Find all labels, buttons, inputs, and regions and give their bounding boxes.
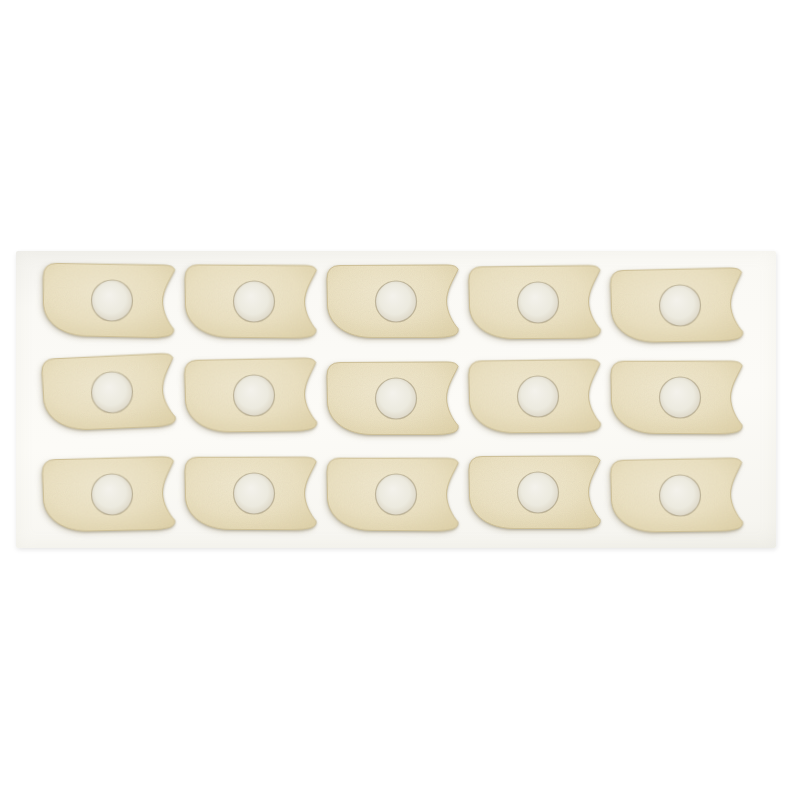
foam-pad-r1c3 xyxy=(326,264,459,338)
pad-hole xyxy=(91,280,133,322)
foam-pad-r1c1 xyxy=(41,262,176,339)
foam-pad-r3c3 xyxy=(326,457,460,532)
foam-pad-r2c1 xyxy=(41,352,177,432)
foam-pad-r2c3 xyxy=(326,361,459,435)
foam-pad-shape xyxy=(183,357,317,433)
foam-pad-shape xyxy=(41,456,176,533)
foam-pad-shape xyxy=(609,267,743,343)
pad-hole xyxy=(375,474,416,515)
pad-hole xyxy=(659,377,700,418)
foam-pad-shape xyxy=(468,358,602,433)
pad-hole xyxy=(376,378,417,419)
foam-pad-r3c2 xyxy=(184,456,317,531)
foam-pad-shape xyxy=(468,455,601,529)
foam-pad-r3c4 xyxy=(468,455,601,529)
foam-pad-shape xyxy=(41,352,177,432)
liner-sheet xyxy=(16,251,776,548)
foam-pad-shape xyxy=(610,360,743,435)
pad-hole xyxy=(659,475,701,517)
pad-hole xyxy=(659,285,701,327)
foam-pad-r1c4 xyxy=(468,265,602,340)
foam-pad-shape xyxy=(184,263,318,338)
pad-hole xyxy=(233,375,275,417)
foam-pad-shape xyxy=(609,457,743,533)
foam-pad-shape xyxy=(326,361,459,435)
foam-pad-r2c2 xyxy=(183,357,317,433)
pad-hole xyxy=(518,472,559,513)
foam-pad-shape xyxy=(326,264,459,338)
foam-pad-shape xyxy=(468,265,602,340)
pad-hole xyxy=(517,376,558,417)
foam-pad-r2c5 xyxy=(610,360,743,435)
foam-pad-r1c2 xyxy=(184,263,318,338)
pad-hole xyxy=(376,281,417,322)
pad-hole xyxy=(517,282,558,323)
product-photo xyxy=(0,0,800,800)
pad-grid xyxy=(16,251,776,529)
foam-pad-r1c5 xyxy=(609,267,743,343)
pad-hole xyxy=(233,473,274,514)
pad-hole xyxy=(91,474,133,516)
foam-pad-r3c1 xyxy=(41,456,176,533)
foam-pad-shape xyxy=(41,262,176,339)
pad-hole xyxy=(233,281,274,322)
foam-pad-shape xyxy=(326,457,460,532)
foam-pad-shape xyxy=(184,456,317,531)
foam-pad-r2c4 xyxy=(468,358,602,433)
foam-pad-r3c5 xyxy=(609,457,743,533)
